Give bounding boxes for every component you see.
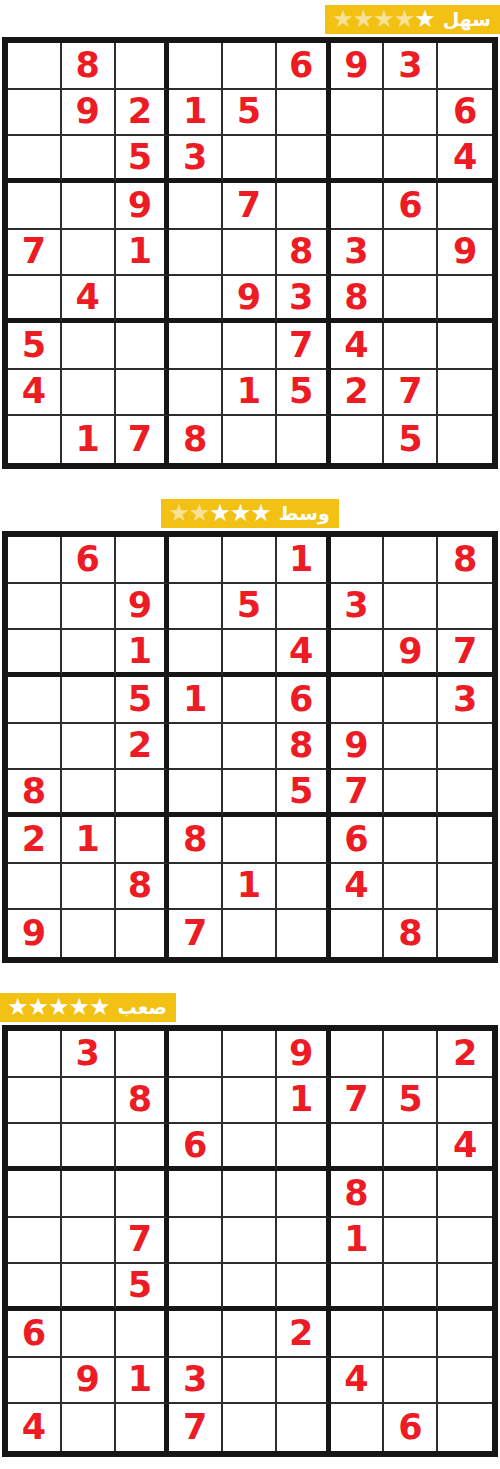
sudoku-cell-r2c4 xyxy=(169,1078,223,1125)
sudoku-cell-r3c3: 5 xyxy=(116,136,170,183)
sudoku-cell-r9c7 xyxy=(331,1404,385,1451)
sudoku-cell-r3c6 xyxy=(277,1124,331,1171)
banner-row-hard: ★★★★★ صعب xyxy=(0,993,500,1022)
given-digit: 9 xyxy=(75,1362,99,1397)
sudoku-cell-r4c5: 7 xyxy=(223,183,277,230)
sudoku-cell-r6c5 xyxy=(223,1264,277,1311)
given-digit: 5 xyxy=(398,422,422,457)
sudoku-cell-r4c7 xyxy=(331,677,385,724)
sudoku-cell-r2c7 xyxy=(331,90,385,137)
sudoku-cell-r6c6: 3 xyxy=(277,276,331,323)
sudoku-cell-r6c9 xyxy=(438,1264,492,1311)
given-digit: 2 xyxy=(344,374,368,409)
sudoku-cell-r6c8 xyxy=(384,276,438,323)
sudoku-board-easy: 869392156534976718394938574415271785 xyxy=(2,37,498,469)
sudoku-cell-r6c9 xyxy=(438,276,492,323)
sudoku-cell-r9c2 xyxy=(62,1404,116,1451)
given-digit: 1 xyxy=(183,682,207,717)
sudoku-cell-r8c9 xyxy=(438,1358,492,1405)
sudoku-cell-r7c3 xyxy=(116,1311,170,1358)
sudoku-cell-r5c4 xyxy=(169,230,223,277)
sudoku-cell-r7c7: 6 xyxy=(331,817,385,864)
given-digit: 9 xyxy=(22,916,46,951)
sudoku-cell-r6c8 xyxy=(384,1264,438,1311)
given-digit: 4 xyxy=(344,868,368,903)
sudoku-cell-r9c8: 5 xyxy=(384,416,438,463)
sudoku-cell-r8c5: 1 xyxy=(223,864,277,911)
sudoku-cell-r1c9: 8 xyxy=(438,537,492,584)
sudoku-cell-r8c4 xyxy=(169,864,223,911)
sudoku-cell-r7c7 xyxy=(331,1311,385,1358)
given-digit: 1 xyxy=(128,234,152,269)
given-digit: 5 xyxy=(237,94,261,129)
given-digit: 2 xyxy=(22,822,46,857)
sudoku-cell-r2c3: 9 xyxy=(116,584,170,631)
difficulty-banner-easy: ★★★★★ سهل xyxy=(325,5,500,34)
given-digit: 2 xyxy=(453,1036,477,1071)
sudoku-cell-r1c6: 1 xyxy=(277,537,331,584)
given-digit: 3 xyxy=(344,234,368,269)
sudoku-cell-r2c1 xyxy=(8,90,62,137)
sudoku-cell-r7c6 xyxy=(277,817,331,864)
sudoku-cell-r6c1: 8 xyxy=(8,770,62,817)
sudoku-cell-r5c6 xyxy=(277,1218,331,1265)
given-digit: 6 xyxy=(22,1316,46,1351)
star-filled-icon: ★ xyxy=(89,993,110,1022)
sudoku-cell-r5c4 xyxy=(169,1218,223,1265)
sudoku-cell-r9c8: 8 xyxy=(384,910,438,957)
sudoku-cell-r6c6 xyxy=(277,1264,331,1311)
sudoku-cell-r7c1: 5 xyxy=(8,323,62,370)
sudoku-cell-r8c4: 3 xyxy=(169,1358,223,1405)
given-digit: 6 xyxy=(289,48,313,83)
sudoku-cell-r6c1 xyxy=(8,1264,62,1311)
given-digit: 9 xyxy=(75,94,99,129)
sudoku-cell-r2c2 xyxy=(62,584,116,631)
sudoku-cell-r5c1: 7 xyxy=(8,230,62,277)
sudoku-cell-r6c2: 4 xyxy=(62,276,116,323)
given-digit: 5 xyxy=(128,682,152,717)
sudoku-cell-r6c1 xyxy=(8,276,62,323)
sudoku-cell-r5c7: 9 xyxy=(331,724,385,771)
sudoku-cell-r8c8 xyxy=(384,864,438,911)
sudoku-cell-r4c3: 5 xyxy=(116,677,170,724)
sudoku-cell-r5c9 xyxy=(438,724,492,771)
sudoku-cell-r8c1 xyxy=(8,1358,62,1405)
sudoku-cell-r8c3: 8 xyxy=(116,864,170,911)
sudoku-cell-r3c5 xyxy=(223,136,277,183)
sudoku-cell-r9c9 xyxy=(438,416,492,463)
sudoku-board-medium: 618953149751632898572186814978 xyxy=(2,531,498,963)
difficulty-label: سهل xyxy=(443,5,491,34)
sudoku-cell-r9c1 xyxy=(8,416,62,463)
sudoku-cell-r6c2 xyxy=(62,1264,116,1311)
sudoku-cell-r1c2: 6 xyxy=(62,537,116,584)
sudoku-cell-r4c6 xyxy=(277,1171,331,1218)
sudoku-cell-r8c2: 9 xyxy=(62,1358,116,1405)
sudoku-cell-r3c9: 4 xyxy=(438,1124,492,1171)
given-digit: 7 xyxy=(453,634,477,669)
sudoku-cell-r3c8 xyxy=(384,1124,438,1171)
sudoku-cell-r2c1 xyxy=(8,584,62,631)
sudoku-cell-r8c6 xyxy=(277,864,331,911)
star-filled-icon: ★ xyxy=(209,499,230,528)
star-filled-icon: ★ xyxy=(28,993,49,1022)
given-digit: 2 xyxy=(128,728,152,763)
sudoku-cell-r6c9 xyxy=(438,770,492,817)
sudoku-cell-r9c5 xyxy=(223,910,277,957)
puzzle-medium: ★★★★★ وسط 618953149751632898572186814978 xyxy=(0,499,500,963)
sudoku-cell-r8c8 xyxy=(384,1358,438,1405)
sudoku-cell-r7c9 xyxy=(438,323,492,370)
star-empty-icon: ★ xyxy=(394,5,415,34)
sudoku-cell-r3c3: 1 xyxy=(116,630,170,677)
given-digit: 2 xyxy=(289,1316,313,1351)
sudoku-cell-r6c3 xyxy=(116,276,170,323)
sudoku-cell-r1c6: 6 xyxy=(277,43,331,90)
sudoku-cell-r4c1 xyxy=(8,677,62,724)
sudoku-cell-r2c5 xyxy=(223,1078,277,1125)
sudoku-cell-r8c1 xyxy=(8,864,62,911)
star-filled-icon: ★ xyxy=(69,993,90,1022)
sudoku-cell-r6c4 xyxy=(169,770,223,817)
given-digit: 3 xyxy=(344,588,368,623)
given-digit: 9 xyxy=(344,48,368,83)
sudoku-cell-r4c1 xyxy=(8,1171,62,1218)
sudoku-cell-r4c2 xyxy=(62,1171,116,1218)
sudoku-cell-r5c2 xyxy=(62,230,116,277)
sudoku-cell-r9c9 xyxy=(438,1404,492,1451)
sudoku-cell-r6c7: 8 xyxy=(331,276,385,323)
banner-row-medium: ★★★★★ وسط xyxy=(0,499,500,528)
sudoku-cell-r5c8 xyxy=(384,1218,438,1265)
sudoku-cell-r2c3: 8 xyxy=(116,1078,170,1125)
sudoku-cell-r7c2: 1 xyxy=(62,817,116,864)
sudoku-cell-r1c9 xyxy=(438,43,492,90)
sudoku-cell-r7c4: 8 xyxy=(169,817,223,864)
sudoku-cell-r3c2 xyxy=(62,1124,116,1171)
sudoku-cell-r1c6: 9 xyxy=(277,1031,331,1078)
sudoku-cell-r4c9 xyxy=(438,1171,492,1218)
sudoku-cell-r4c8 xyxy=(384,677,438,724)
sudoku-cell-r6c5 xyxy=(223,770,277,817)
sudoku-cell-r4c9 xyxy=(438,183,492,230)
given-digit: 1 xyxy=(128,1362,152,1397)
given-digit: 7 xyxy=(344,774,368,809)
star-filled-icon: ★ xyxy=(48,993,69,1022)
sudoku-cell-r5c8 xyxy=(384,230,438,277)
sudoku-cell-r1c2: 8 xyxy=(62,43,116,90)
given-digit: 8 xyxy=(183,422,207,457)
given-digit: 9 xyxy=(237,280,261,315)
sudoku-cell-r4c1 xyxy=(8,183,62,230)
given-digit: 5 xyxy=(22,328,46,363)
given-digit: 4 xyxy=(22,374,46,409)
sudoku-cell-r1c9: 2 xyxy=(438,1031,492,1078)
given-digit: 6 xyxy=(183,1128,207,1163)
sudoku-cell-r4c5 xyxy=(223,1171,277,1218)
sudoku-cell-r9c8: 6 xyxy=(384,1404,438,1451)
given-digit: 3 xyxy=(398,48,422,83)
sudoku-cell-r8c2 xyxy=(62,864,116,911)
sudoku-cell-r1c3 xyxy=(116,43,170,90)
difficulty-label: وسط xyxy=(279,499,330,528)
sudoku-cell-r8c2 xyxy=(62,370,116,417)
sudoku-cell-r9c1: 9 xyxy=(8,910,62,957)
given-digit: 3 xyxy=(183,140,207,175)
given-digit: 8 xyxy=(398,916,422,951)
sudoku-cell-r3c4 xyxy=(169,630,223,677)
given-digit: 8 xyxy=(183,822,207,857)
sudoku-cell-r6c8 xyxy=(384,770,438,817)
given-digit: 7 xyxy=(289,328,313,363)
sudoku-cell-r1c1 xyxy=(8,537,62,584)
star-empty-icon: ★ xyxy=(353,5,374,34)
difficulty-label: صعب xyxy=(118,993,167,1022)
sudoku-cell-r7c8 xyxy=(384,817,438,864)
sudoku-cell-r5c1 xyxy=(8,1218,62,1265)
sudoku-cell-r4c4: 1 xyxy=(169,677,223,724)
given-digit: 1 xyxy=(128,634,152,669)
sudoku-cell-r4c9: 3 xyxy=(438,677,492,724)
sudoku-cell-r9c3 xyxy=(116,910,170,957)
given-digit: 7 xyxy=(128,1222,152,1257)
sudoku-cell-r8c7: 4 xyxy=(331,864,385,911)
given-digit: 9 xyxy=(128,588,152,623)
sudoku-cell-r5c2 xyxy=(62,1218,116,1265)
sudoku-cell-r7c5 xyxy=(223,817,277,864)
given-digit: 8 xyxy=(128,1082,152,1117)
sudoku-cell-r2c5: 5 xyxy=(223,584,277,631)
difficulty-banner-medium: ★★★★★ وسط xyxy=(161,499,338,528)
sudoku-cell-r7c1: 2 xyxy=(8,817,62,864)
sudoku-cell-r3c1 xyxy=(8,630,62,677)
sudoku-cell-r9c1: 4 xyxy=(8,1404,62,1451)
given-digit: 6 xyxy=(75,542,99,577)
sudoku-cell-r6c4 xyxy=(169,276,223,323)
sudoku-cell-r8c9 xyxy=(438,864,492,911)
sudoku-cell-r9c5 xyxy=(223,1404,277,1451)
sudoku-cell-r8c9 xyxy=(438,370,492,417)
sudoku-cell-r1c8: 3 xyxy=(384,43,438,90)
puzzle-hard: ★★★★★ صعب 3928175648715629134476 xyxy=(0,993,500,1457)
sudoku-cell-r2c6: 1 xyxy=(277,1078,331,1125)
given-digit: 4 xyxy=(453,140,477,175)
sudoku-cell-r2c7: 3 xyxy=(331,584,385,631)
given-digit: 4 xyxy=(75,280,99,315)
banner-row-easy: ★★★★★ سهل xyxy=(0,5,500,34)
star-filled-icon: ★ xyxy=(7,993,28,1022)
sudoku-cell-r6c6: 5 xyxy=(277,770,331,817)
sudoku-cell-r6c7 xyxy=(331,1264,385,1311)
sudoku-cell-r5c3: 1 xyxy=(116,230,170,277)
sudoku-cell-r3c9: 7 xyxy=(438,630,492,677)
given-digit: 1 xyxy=(289,542,313,577)
sudoku-cell-r9c7 xyxy=(331,416,385,463)
sudoku-cell-r4c2 xyxy=(62,677,116,724)
star-rating: ★★★★★ xyxy=(332,5,435,34)
sudoku-cell-r3c1 xyxy=(8,1124,62,1171)
sudoku-cell-r3c4: 6 xyxy=(169,1124,223,1171)
given-digit: 8 xyxy=(128,868,152,903)
sudoku-cell-r2c3: 2 xyxy=(116,90,170,137)
given-digit: 8 xyxy=(289,728,313,763)
sudoku-cell-r8c3: 1 xyxy=(116,1358,170,1405)
star-filled-icon: ★ xyxy=(230,499,251,528)
sudoku-cell-r2c9: 6 xyxy=(438,90,492,137)
sudoku-cell-r7c5 xyxy=(223,323,277,370)
sudoku-cell-r9c5 xyxy=(223,416,277,463)
sudoku-cell-r2c7: 7 xyxy=(331,1078,385,1125)
sudoku-cell-r4c2 xyxy=(62,183,116,230)
sudoku-cell-r3c1 xyxy=(8,136,62,183)
sudoku-cell-r8c3 xyxy=(116,370,170,417)
sudoku-cell-r2c4: 1 xyxy=(169,90,223,137)
sudoku-cell-r1c3 xyxy=(116,537,170,584)
sudoku-cell-r3c8: 9 xyxy=(384,630,438,677)
given-digit: 7 xyxy=(183,916,207,951)
sudoku-cell-r1c7 xyxy=(331,1031,385,1078)
sudoku-cell-r2c4 xyxy=(169,584,223,631)
sudoku-cell-r9c6 xyxy=(277,910,331,957)
given-digit: 6 xyxy=(344,822,368,857)
sudoku-cell-r9c6 xyxy=(277,1404,331,1451)
given-digit: 3 xyxy=(289,280,313,315)
sudoku-cell-r8c7: 4 xyxy=(331,1358,385,1405)
sudoku-cell-r7c8 xyxy=(384,323,438,370)
given-digit: 9 xyxy=(128,188,152,223)
sudoku-cell-r6c7: 7 xyxy=(331,770,385,817)
given-digit: 8 xyxy=(344,1176,368,1211)
given-digit: 5 xyxy=(128,140,152,175)
sudoku-cell-r1c8 xyxy=(384,537,438,584)
given-digit: 9 xyxy=(453,234,477,269)
sudoku-cell-r7c5 xyxy=(223,1311,277,1358)
given-digit: 5 xyxy=(289,774,313,809)
sudoku-cell-r2c9 xyxy=(438,584,492,631)
sudoku-cell-r4c4 xyxy=(169,1171,223,1218)
sudoku-cell-r5c7: 1 xyxy=(331,1218,385,1265)
given-digit: 8 xyxy=(344,280,368,315)
given-digit: 1 xyxy=(344,1222,368,1257)
sudoku-cell-r3c6: 4 xyxy=(277,630,331,677)
sudoku-cell-r1c4 xyxy=(169,1031,223,1078)
given-digit: 6 xyxy=(398,1410,422,1445)
sudoku-cell-r9c9 xyxy=(438,910,492,957)
sudoku-cell-r8c1: 4 xyxy=(8,370,62,417)
star-filled-icon: ★ xyxy=(414,5,435,34)
sudoku-cell-r1c4 xyxy=(169,537,223,584)
sudoku-cell-r5c6: 8 xyxy=(277,230,331,277)
star-empty-icon: ★ xyxy=(189,499,210,528)
sudoku-cell-r3c7 xyxy=(331,1124,385,1171)
given-digit: 6 xyxy=(398,188,422,223)
given-digit: 1 xyxy=(183,94,207,129)
given-digit: 4 xyxy=(344,328,368,363)
sudoku-cell-r3c5 xyxy=(223,630,277,677)
sudoku-cell-r5c7: 3 xyxy=(331,230,385,277)
sudoku-cell-r7c7: 4 xyxy=(331,323,385,370)
given-digit: 8 xyxy=(22,774,46,809)
sudoku-cell-r4c6: 6 xyxy=(277,677,331,724)
sudoku-cell-r2c6 xyxy=(277,90,331,137)
sudoku-cell-r7c4 xyxy=(169,323,223,370)
sudoku-cell-r7c3 xyxy=(116,817,170,864)
given-digit: 6 xyxy=(453,94,477,129)
sudoku-cell-r3c5 xyxy=(223,1124,277,1171)
given-digit: 4 xyxy=(22,1410,46,1445)
given-digit: 1 xyxy=(75,422,99,457)
sudoku-cell-r9c4: 8 xyxy=(169,416,223,463)
sudoku-cell-r6c3 xyxy=(116,770,170,817)
sudoku-cell-r4c7: 8 xyxy=(331,1171,385,1218)
sudoku-cell-r8c6 xyxy=(277,1358,331,1405)
sudoku-cell-r7c2 xyxy=(62,1311,116,1358)
sudoku-cell-r2c8 xyxy=(384,90,438,137)
sudoku-cell-r1c1 xyxy=(8,43,62,90)
sudoku-cell-r7c1: 6 xyxy=(8,1311,62,1358)
sudoku-cell-r3c2 xyxy=(62,630,116,677)
sudoku-cell-r4c8: 6 xyxy=(384,183,438,230)
sudoku-cell-r3c7 xyxy=(331,630,385,677)
sudoku-cell-r3c3 xyxy=(116,1124,170,1171)
sudoku-cell-r9c3: 7 xyxy=(116,416,170,463)
sudoku-cell-r3c2 xyxy=(62,136,116,183)
sudoku-cell-r8c8: 7 xyxy=(384,370,438,417)
sudoku-cell-r8c7: 2 xyxy=(331,370,385,417)
sudoku-cell-r1c3 xyxy=(116,1031,170,1078)
sudoku-cell-r5c2 xyxy=(62,724,116,771)
sudoku-cell-r9c3 xyxy=(116,1404,170,1451)
given-digit: 4 xyxy=(289,634,313,669)
sudoku-cell-r4c6 xyxy=(277,183,331,230)
sudoku-cell-r8c6: 5 xyxy=(277,370,331,417)
sudoku-cell-r5c6: 8 xyxy=(277,724,331,771)
given-digit: 9 xyxy=(289,1036,313,1071)
sudoku-cell-r3c9: 4 xyxy=(438,136,492,183)
sudoku-cell-r7c6: 2 xyxy=(277,1311,331,1358)
sudoku-cell-r5c9: 9 xyxy=(438,230,492,277)
sudoku-cell-r4c3 xyxy=(116,1171,170,1218)
given-digit: 5 xyxy=(289,374,313,409)
sudoku-cell-r2c2: 9 xyxy=(62,90,116,137)
star-empty-icon: ★ xyxy=(332,5,353,34)
star-filled-icon: ★ xyxy=(250,499,271,528)
sudoku-cell-r2c8 xyxy=(384,584,438,631)
sudoku-cell-r2c1 xyxy=(8,1078,62,1125)
sudoku-cell-r7c6: 7 xyxy=(277,323,331,370)
given-digit: 8 xyxy=(75,48,99,83)
sudoku-cell-r1c7: 9 xyxy=(331,43,385,90)
sudoku-cell-r7c4 xyxy=(169,1311,223,1358)
sudoku-cell-r6c4 xyxy=(169,1264,223,1311)
sudoku-cell-r6c2 xyxy=(62,770,116,817)
given-digit: 4 xyxy=(453,1128,477,1163)
given-digit: 5 xyxy=(237,588,261,623)
sudoku-cell-r5c8 xyxy=(384,724,438,771)
given-digit: 1 xyxy=(75,822,99,857)
sudoku-cell-r5c5 xyxy=(223,724,277,771)
sudoku-cell-r7c3 xyxy=(116,323,170,370)
sudoku-cell-r1c5 xyxy=(223,537,277,584)
sudoku-cell-r3c4: 3 xyxy=(169,136,223,183)
star-empty-icon: ★ xyxy=(168,499,189,528)
sudoku-cell-r5c5 xyxy=(223,230,277,277)
given-digit: 8 xyxy=(289,234,313,269)
sudoku-cell-r1c5 xyxy=(223,1031,277,1078)
sudoku-cell-r4c5 xyxy=(223,677,277,724)
given-digit: 7 xyxy=(398,374,422,409)
